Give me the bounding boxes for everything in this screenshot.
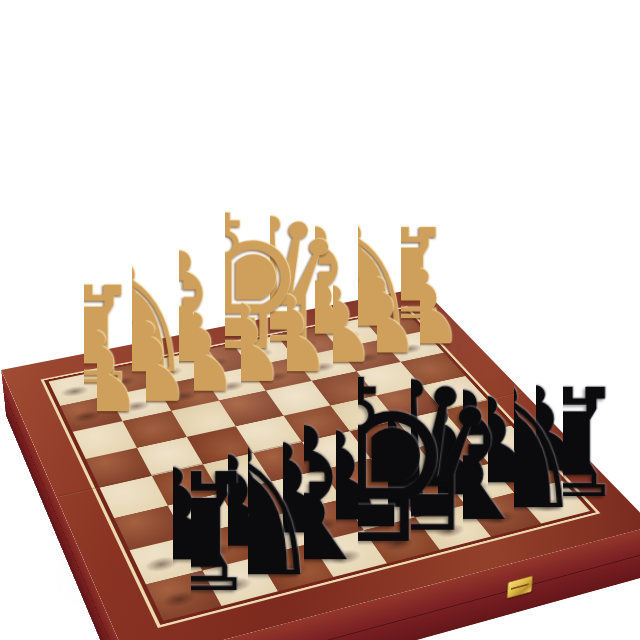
gold-clasp [507, 575, 534, 599]
photo-scene: ♜♞♝♚♛♝♞♜♟♟♟♟♟♟♟♟♟♟♟♟♟♟♟♟♜♞♝♚♛♝♞♜ [0, 0, 640, 640]
chess-set-photo: ♜♞♝♚♛♝♞♜♟♟♟♟♟♟♟♟♟♟♟♟♟♟♟♟♜♞♝♚♛♝♞♜ [0, 0, 640, 640]
chess-board: ♜♞♝♚♛♝♞♜♟♟♟♟♟♟♟♟♟♟♟♟♟♟♟♟♜♞♝♚♛♝♞♜ [1, 287, 640, 640]
